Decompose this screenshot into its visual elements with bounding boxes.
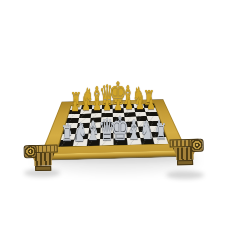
black-pawn-piece[interactable]: ♟	[146, 95, 155, 111]
black-pawn-piece[interactable]: ♟	[71, 97, 80, 113]
white-knight-piece[interactable]: ♞	[140, 118, 154, 144]
product-photo: ♜♞♝♛♚♝♞♜♟♟♟♟♟♟♟♟♟♟♟♟♟♟♟♟♜♞♝♛♚♝♞♜	[0, 0, 228, 228]
pieces-layer: ♜♞♝♛♚♝♞♜♟♟♟♟♟♟♟♟♟♟♟♟♟♟♟♟♜♞♝♛♚♝♞♜	[0, 0, 228, 228]
black-pawn-piece[interactable]: ♟	[135, 96, 144, 112]
black-pawn-piece[interactable]: ♟	[81, 97, 90, 113]
white-rook-piece[interactable]: ♜	[154, 121, 166, 143]
white-rook-piece[interactable]: ♜	[61, 124, 73, 146]
black-pawn-piece[interactable]: ♟	[92, 97, 101, 113]
